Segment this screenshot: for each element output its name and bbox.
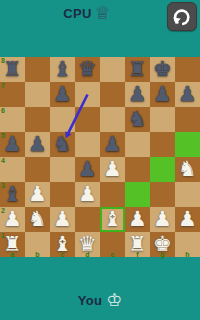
- piece-white-rook: ♜: [125, 232, 150, 257]
- square-b1[interactable]: b: [25, 232, 50, 257]
- queen-icon: ♕: [95, 4, 111, 22]
- square-d5[interactable]: [75, 132, 100, 157]
- square-a5[interactable]: ♟5: [0, 132, 25, 157]
- undo-arrow-icon: [172, 7, 192, 27]
- square-g7[interactable]: ♟: [150, 82, 175, 107]
- square-a6[interactable]: 6: [0, 107, 25, 132]
- chess-board: ♜8♝♛♜♚7♟♟♟♟6♞♟5♟♞♟4♟♟♞♝3♟♟♟2♞♟♝♟♟♟♜1ab♝c…: [0, 57, 200, 257]
- rank-label-3: 3: [1, 182, 5, 189]
- square-b6[interactable]: [25, 107, 50, 132]
- square-f4[interactable]: [125, 157, 150, 182]
- piece-white-rook: ♜: [0, 232, 25, 257]
- square-b8[interactable]: [25, 57, 50, 82]
- square-b7[interactable]: [25, 82, 50, 107]
- square-d2[interactable]: [75, 207, 100, 232]
- square-g8[interactable]: ♚: [150, 57, 175, 82]
- piece-white-knight: ♞: [175, 157, 200, 182]
- square-g2[interactable]: ♟: [150, 207, 175, 232]
- square-g6[interactable]: [150, 107, 175, 132]
- square-e3[interactable]: [100, 182, 125, 207]
- square-b3[interactable]: ♟: [25, 182, 50, 207]
- square-e7[interactable]: [100, 82, 125, 107]
- rank-label-2: 2: [1, 207, 5, 214]
- square-c1[interactable]: ♝c: [50, 232, 75, 257]
- piece-white-pawn: ♟: [75, 182, 100, 207]
- square-h6[interactable]: [175, 107, 200, 132]
- square-h2[interactable]: ♟: [175, 207, 200, 232]
- piece-white-bishop: ♝: [100, 207, 125, 232]
- square-d8[interactable]: ♛: [75, 57, 100, 82]
- square-a1[interactable]: ♜1a: [0, 232, 25, 257]
- piece-black-pawn: ♟: [175, 82, 200, 107]
- square-h5[interactable]: [175, 132, 200, 157]
- piece-black-rook: ♜: [0, 57, 25, 82]
- square-c5[interactable]: ♞: [50, 132, 75, 157]
- square-c8[interactable]: ♝: [50, 57, 75, 82]
- piece-white-bishop: ♝: [50, 232, 75, 257]
- square-a4[interactable]: 4: [0, 157, 25, 182]
- square-h4[interactable]: ♞: [175, 157, 200, 182]
- piece-black-pawn: ♟: [125, 82, 150, 107]
- square-e1[interactable]: e: [100, 232, 125, 257]
- piece-white-pawn: ♟: [175, 207, 200, 232]
- square-e4[interactable]: ♟: [100, 157, 125, 182]
- bottom-bar: You ♔: [0, 291, 200, 309]
- square-h1[interactable]: h: [175, 232, 200, 257]
- square-c7[interactable]: ♟: [50, 82, 75, 107]
- square-g1[interactable]: ♚g: [150, 232, 175, 257]
- rank-label-1: 1: [1, 232, 5, 239]
- square-f5[interactable]: [125, 132, 150, 157]
- file-label-a: a: [11, 251, 15, 258]
- square-d1[interactable]: ♛d: [75, 232, 100, 257]
- square-c3[interactable]: [50, 182, 75, 207]
- square-c6[interactable]: [50, 107, 75, 132]
- square-d6[interactable]: [75, 107, 100, 132]
- piece-black-knight: ♞: [125, 107, 150, 132]
- square-a2[interactable]: ♟2: [0, 207, 25, 232]
- rank-label-4: 4: [1, 157, 5, 164]
- file-label-e: e: [111, 251, 115, 258]
- square-f6[interactable]: ♞: [125, 107, 150, 132]
- square-g4[interactable]: [150, 157, 175, 182]
- rank-label-6: 6: [1, 107, 5, 114]
- piece-black-pawn: ♟: [25, 132, 50, 157]
- file-label-c: c: [61, 251, 65, 258]
- square-c2[interactable]: ♟: [50, 207, 75, 232]
- piece-white-knight: ♞: [25, 207, 50, 232]
- king-icon: ♔: [106, 291, 122, 309]
- square-f8[interactable]: ♜: [125, 57, 150, 82]
- piece-black-bishop: ♝: [50, 57, 75, 82]
- piece-black-pawn: ♟: [50, 82, 75, 107]
- file-label-h: h: [185, 251, 189, 258]
- app-screen: CPU ♕ ♜8♝♛♜♚7♟♟♟♟6♞♟5♟♞♟4♟♟♞♝3♟♟♟2♞♟♝♟♟♟…: [0, 0, 200, 320]
- square-g5[interactable]: [150, 132, 175, 157]
- square-c4[interactable]: [50, 157, 75, 182]
- square-b4[interactable]: [25, 157, 50, 182]
- piece-white-king: ♚: [150, 232, 175, 257]
- piece-white-pawn: ♟: [150, 207, 175, 232]
- square-f2[interactable]: ♟: [125, 207, 150, 232]
- piece-black-knight: ♞: [50, 132, 75, 157]
- square-e8[interactable]: [100, 57, 125, 82]
- piece-black-pawn: ♟: [0, 132, 25, 157]
- square-d7[interactable]: [75, 82, 100, 107]
- square-f1[interactable]: ♜f: [125, 232, 150, 257]
- piece-white-pawn: ♟: [100, 157, 125, 182]
- square-h7[interactable]: ♟: [175, 82, 200, 107]
- file-label-f: f: [136, 251, 138, 258]
- rank-label-8: 8: [1, 57, 5, 64]
- piece-white-queen: ♛: [75, 232, 100, 257]
- piece-white-pawn: ♟: [25, 182, 50, 207]
- square-e5[interactable]: ♟: [100, 132, 125, 157]
- piece-black-bishop: ♝: [0, 182, 25, 207]
- square-g3[interactable]: [150, 182, 175, 207]
- rank-label-5: 5: [1, 132, 5, 139]
- you-label: You: [78, 293, 103, 308]
- square-f3[interactable]: [125, 182, 150, 207]
- square-h8[interactable]: [175, 57, 200, 82]
- square-a7[interactable]: 7: [0, 82, 25, 107]
- piece-black-pawn: ♟: [100, 132, 125, 157]
- cpu-label: CPU: [63, 6, 91, 21]
- piece-white-pawn: ♟: [0, 207, 25, 232]
- square-f7[interactable]: ♟: [125, 82, 150, 107]
- square-a8[interactable]: ♜8: [0, 57, 25, 82]
- square-e6[interactable]: [100, 107, 125, 132]
- file-label-d: d: [85, 251, 89, 258]
- square-b5[interactable]: ♟: [25, 132, 50, 157]
- piece-black-queen: ♛: [75, 57, 100, 82]
- piece-black-rook: ♜: [125, 57, 150, 82]
- piece-black-pawn: ♟: [75, 157, 100, 182]
- piece-black-pawn: ♟: [150, 82, 175, 107]
- square-e2[interactable]: ♝: [100, 207, 125, 232]
- file-label-b: b: [35, 251, 39, 258]
- rank-label-7: 7: [1, 82, 5, 89]
- piece-black-king: ♚: [150, 57, 175, 82]
- cpu-player-row: CPU ♕: [0, 4, 174, 22]
- piece-white-pawn: ♟: [50, 207, 75, 232]
- square-d3[interactable]: ♟: [75, 182, 100, 207]
- square-h3[interactable]: [175, 182, 200, 207]
- square-a3[interactable]: ♝3: [0, 182, 25, 207]
- square-d4[interactable]: ♟: [75, 157, 100, 182]
- square-b2[interactable]: ♞: [25, 207, 50, 232]
- piece-white-pawn: ♟: [125, 207, 150, 232]
- file-label-g: g: [160, 251, 164, 258]
- top-bar: CPU ♕: [0, 0, 200, 57]
- undo-button[interactable]: [167, 2, 197, 31]
